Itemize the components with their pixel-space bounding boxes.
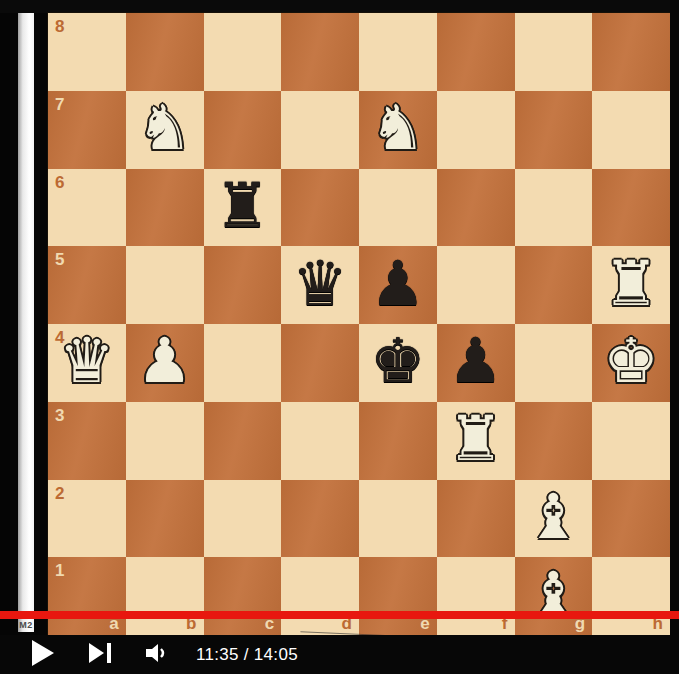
square-e3 [359, 402, 437, 480]
square-c6: ♜ [204, 169, 282, 247]
square-c4 [204, 324, 282, 402]
square-c3 [204, 402, 282, 480]
square-d3 [281, 402, 359, 480]
square-g3 [515, 402, 593, 480]
square-f3: ♜ [437, 402, 515, 480]
square-g5 [515, 246, 593, 324]
square-g4 [515, 324, 593, 402]
square-a3: 3 [48, 402, 126, 480]
square-f8 [437, 13, 515, 91]
square-d1: d [281, 557, 359, 635]
play-button[interactable] [32, 635, 54, 674]
right-letterbox [670, 0, 679, 674]
square-g6 [515, 169, 593, 247]
square-e7: ♞ [359, 91, 437, 169]
strip-label: M2 [19, 620, 33, 630]
piece-black-rook: ♜ [215, 175, 271, 237]
piece-white-king: ♚ [603, 330, 659, 392]
volume-button[interactable] [146, 635, 168, 674]
square-g8 [515, 13, 593, 91]
square-a6: 6 [48, 169, 126, 247]
rank-label: 7 [55, 96, 64, 113]
square-d8 [281, 13, 359, 91]
next-icon [89, 643, 113, 667]
square-h8 [592, 13, 670, 91]
square-f6 [437, 169, 515, 247]
square-f1: f [437, 557, 515, 635]
square-b7: ♞ [126, 91, 204, 169]
square-e2 [359, 480, 437, 558]
square-h2 [592, 480, 670, 558]
square-d2 [281, 480, 359, 558]
piece-black-queen: ♛ [292, 253, 348, 315]
square-f7 [437, 91, 515, 169]
vertical-strip: M2 [18, 13, 34, 632]
play-icon [32, 640, 54, 670]
square-a8: 8 [48, 13, 126, 91]
square-e8 [359, 13, 437, 91]
square-g1: g♝ [515, 557, 593, 635]
square-h7 [592, 91, 670, 169]
video-player[interactable]: M2 87♞♞6♜5♛♟♜4♛♟♚♟♚3♜2♝1abcdefg♝h 11:35 … [0, 0, 679, 674]
next-button[interactable] [89, 635, 113, 674]
piece-black-pawn: ♟ [448, 330, 504, 392]
square-e4: ♚ [359, 324, 437, 402]
rank-label: 3 [55, 407, 64, 424]
square-h3 [592, 402, 670, 480]
square-f4: ♟ [437, 324, 515, 402]
rank-label: 2 [55, 485, 64, 502]
square-h4: ♚ [592, 324, 670, 402]
piece-black-pawn: ♟ [370, 253, 426, 315]
square-c1: c [204, 557, 282, 635]
square-b6 [126, 169, 204, 247]
piece-white-rook: ♜ [448, 408, 504, 470]
square-c8 [204, 13, 282, 91]
square-b2 [126, 480, 204, 558]
square-a4: 4♛ [48, 324, 126, 402]
square-c7 [204, 91, 282, 169]
square-a1: 1a [48, 557, 126, 635]
square-b4: ♟ [126, 324, 204, 402]
square-h1: h [592, 557, 670, 635]
square-a7: 7 [48, 91, 126, 169]
piece-white-knight: ♞ [137, 97, 193, 159]
square-d4 [281, 324, 359, 402]
square-d5: ♛ [281, 246, 359, 324]
square-a5: 5 [48, 246, 126, 324]
square-b8 [126, 13, 204, 91]
volume-icon [146, 644, 168, 666]
piece-black-king: ♚ [370, 330, 426, 392]
top-letterbox [0, 0, 679, 13]
square-b5 [126, 246, 204, 324]
square-e1: e [359, 557, 437, 635]
square-h6 [592, 169, 670, 247]
square-d6 [281, 169, 359, 247]
square-b3 [126, 402, 204, 480]
square-e5: ♟ [359, 246, 437, 324]
piece-white-knight: ♞ [370, 97, 426, 159]
piece-white-rook: ♜ [603, 253, 659, 315]
square-a2: 2 [48, 480, 126, 558]
square-c2 [204, 480, 282, 558]
video-controls: 11:35 / 14:05 [0, 635, 679, 674]
piece-white-queen: ♛ [59, 330, 115, 392]
square-h5: ♜ [592, 246, 670, 324]
square-f2 [437, 480, 515, 558]
rank-label: 8 [55, 18, 64, 35]
square-b1: b [126, 557, 204, 635]
chess-board[interactable]: 87♞♞6♜5♛♟♜4♛♟♚♟♚3♜2♝1abcdefg♝h [48, 13, 670, 635]
square-c5 [204, 246, 282, 324]
time-display: 11:35 / 14:05 [196, 635, 298, 674]
piece-white-pawn: ♟ [137, 330, 193, 392]
video-progress-bar[interactable] [0, 611, 679, 619]
rank-label: 1 [55, 562, 64, 579]
square-d7 [281, 91, 359, 169]
square-e6 [359, 169, 437, 247]
rank-label: 5 [55, 251, 64, 268]
square-g2: ♝ [515, 480, 593, 558]
square-g7 [515, 91, 593, 169]
piece-white-bishop: ♝ [526, 486, 582, 548]
rank-label: 6 [55, 174, 64, 191]
square-f5 [437, 246, 515, 324]
